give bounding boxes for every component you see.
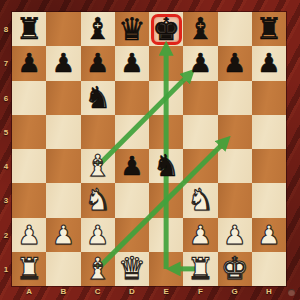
square-d3[interactable] <box>115 183 149 217</box>
square-d5[interactable] <box>115 115 149 149</box>
piece-black-pawn-d7[interactable]: ♟ <box>115 46 149 80</box>
king-glyph: ♚ <box>221 253 249 284</box>
piece-black-knight-e4[interactable]: ♞ <box>149 149 183 183</box>
file-label-A: A <box>19 287 39 300</box>
square-b6[interactable] <box>46 81 80 115</box>
piece-white-king-g1[interactable]: ♚ <box>218 252 252 286</box>
rook-glyph: ♜ <box>255 14 282 44</box>
square-e5[interactable] <box>149 115 183 149</box>
square-g6[interactable] <box>218 81 252 115</box>
rook-glyph: ♜ <box>187 254 214 284</box>
square-h4[interactable] <box>252 149 286 183</box>
square-a4[interactable] <box>12 149 46 183</box>
pawn-glyph: ♟ <box>52 222 75 248</box>
piece-black-pawn-g7[interactable]: ♟ <box>218 46 252 80</box>
square-h6[interactable] <box>252 81 286 115</box>
piece-white-pawn-b2[interactable]: ♟ <box>46 218 80 252</box>
knight-glyph: ♞ <box>84 185 111 215</box>
file-label-F: F <box>190 287 210 300</box>
piece-white-pawn-h2[interactable]: ♟ <box>252 218 286 252</box>
file-label-D: D <box>122 287 142 300</box>
bishop-glyph: ♝ <box>84 254 111 284</box>
piece-black-pawn-b7[interactable]: ♟ <box>46 46 80 80</box>
square-a3[interactable] <box>12 183 46 217</box>
piece-white-knight-c3[interactable]: ♞ <box>81 183 115 217</box>
piece-white-bishop-c4[interactable]: ♝ <box>81 149 115 183</box>
piece-black-pawn-h7[interactable]: ♟ <box>252 46 286 80</box>
piece-black-pawn-c7[interactable]: ♟ <box>81 46 115 80</box>
file-label-G: G <box>225 287 245 300</box>
square-g4[interactable] <box>218 149 252 183</box>
pawn-glyph: ♟ <box>189 222 212 248</box>
pawn-glyph: ♟ <box>86 222 109 248</box>
pawn-glyph: ♟ <box>223 222 246 248</box>
bishop-glyph: ♝ <box>84 14 111 44</box>
piece-black-queen-d8[interactable]: ♛ <box>115 12 149 46</box>
piece-black-pawn-f7[interactable]: ♟ <box>183 46 217 80</box>
pawn-glyph: ♟ <box>257 50 280 76</box>
square-e1[interactable] <box>149 252 183 286</box>
rank-label-6: 6 <box>0 94 12 103</box>
square-d6[interactable] <box>115 81 149 115</box>
rank-label-4: 4 <box>0 162 12 171</box>
rank-label-1: 1 <box>0 265 12 274</box>
file-label-H: H <box>259 287 279 300</box>
rank-label-8: 8 <box>0 25 12 34</box>
pawn-glyph: ♟ <box>17 50 40 76</box>
square-e6[interactable] <box>149 81 183 115</box>
pawn-glyph: ♟ <box>86 50 109 76</box>
piece-black-bishop-c8[interactable]: ♝ <box>81 12 115 46</box>
queen-glyph: ♛ <box>118 14 146 45</box>
piece-white-pawn-f2[interactable]: ♟ <box>183 218 217 252</box>
square-b3[interactable] <box>46 183 80 217</box>
square-g3[interactable] <box>218 183 252 217</box>
frame-corner-dot <box>288 289 295 296</box>
piece-white-pawn-c2[interactable]: ♟ <box>81 218 115 252</box>
pawn-glyph: ♟ <box>189 50 212 76</box>
piece-black-pawn-a7[interactable]: ♟ <box>12 46 46 80</box>
king-glyph: ♚ <box>152 14 180 45</box>
rank-label-7: 7 <box>0 59 12 68</box>
file-label-E: E <box>156 287 176 300</box>
square-f4[interactable] <box>183 149 217 183</box>
piece-black-rook-a8[interactable]: ♜ <box>12 12 46 46</box>
square-b5[interactable] <box>46 115 80 149</box>
piece-black-pawn-d4[interactable]: ♟ <box>115 149 149 183</box>
piece-black-knight-c6[interactable]: ♞ <box>81 81 115 115</box>
piece-black-king-e8[interactable]: ♚ <box>149 12 183 46</box>
rook-glyph: ♜ <box>16 14 43 44</box>
square-f5[interactable] <box>183 115 217 149</box>
square-a6[interactable] <box>12 81 46 115</box>
square-b8[interactable] <box>46 12 80 46</box>
square-a5[interactable] <box>12 115 46 149</box>
square-e3[interactable] <box>149 183 183 217</box>
chess-board: ♜♝♛♜♚♟♟♟♟♟♟♞♞♝♜♝♛♚♝♜♟♟♟♟♟♟♟♞♟♞ <box>12 12 286 286</box>
pawn-glyph: ♟ <box>120 153 143 179</box>
chess-board-screenshot: ♜♝♛♜♚♟♟♟♟♟♟♞♞♝♜♝♛♚♝♜♟♟♟♟♟♟♟♞♟♞ 87654321A… <box>0 0 300 300</box>
piece-white-rook-a1[interactable]: ♜ <box>12 252 46 286</box>
piece-black-bishop-f8[interactable]: ♝ <box>183 12 217 46</box>
pawn-glyph: ♟ <box>120 50 143 76</box>
square-b1[interactable] <box>46 252 80 286</box>
bishop-glyph: ♝ <box>84 151 111 181</box>
piece-white-knight-f3[interactable]: ♞ <box>183 183 217 217</box>
file-label-C: C <box>88 287 108 300</box>
pawn-glyph: ♟ <box>257 222 280 248</box>
piece-white-bishop-c1[interactable]: ♝ <box>81 252 115 286</box>
queen-glyph: ♛ <box>118 253 146 284</box>
piece-white-pawn-a2[interactable]: ♟ <box>12 218 46 252</box>
square-h3[interactable] <box>252 183 286 217</box>
file-label-B: B <box>53 287 73 300</box>
square-h1[interactable] <box>252 252 286 286</box>
rank-label-5: 5 <box>0 128 12 137</box>
square-d2[interactable] <box>115 218 149 252</box>
square-e7[interactable] <box>149 46 183 80</box>
square-e2[interactable] <box>149 218 183 252</box>
square-g8[interactable] <box>218 12 252 46</box>
pawn-glyph: ♟ <box>223 50 246 76</box>
piece-white-pawn-g2[interactable]: ♟ <box>218 218 252 252</box>
knight-glyph: ♞ <box>187 185 214 215</box>
pawn-glyph: ♟ <box>52 50 75 76</box>
rank-label-2: 2 <box>0 231 12 240</box>
square-g5[interactable] <box>218 115 252 149</box>
knight-glyph: ♞ <box>84 83 111 113</box>
rook-glyph: ♜ <box>16 254 43 284</box>
square-c5[interactable] <box>81 115 115 149</box>
piece-white-queen-d1[interactable]: ♛ <box>115 252 149 286</box>
square-f6[interactable] <box>183 81 217 115</box>
piece-white-rook-f1[interactable]: ♜ <box>183 252 217 286</box>
piece-black-rook-h8[interactable]: ♜ <box>252 12 286 46</box>
rank-label-3: 3 <box>0 196 12 205</box>
square-b4[interactable] <box>46 149 80 183</box>
pawn-glyph: ♟ <box>17 222 40 248</box>
bishop-glyph: ♝ <box>187 14 214 44</box>
knight-glyph: ♞ <box>153 151 180 181</box>
square-h5[interactable] <box>252 115 286 149</box>
